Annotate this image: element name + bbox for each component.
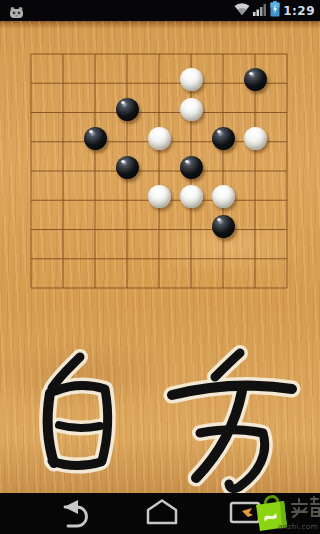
- status-bar: 1:29: [0, 0, 320, 21]
- back-button[interactable]: [48, 493, 96, 534]
- white-stone: [148, 185, 171, 208]
- white-stone: [148, 127, 171, 150]
- white-stone: [180, 98, 203, 121]
- white-stone: [212, 185, 235, 208]
- store-domain: anzhi.com: [278, 522, 318, 531]
- wifi-icon: [234, 1, 250, 20]
- white-stone: [180, 68, 203, 91]
- black-stone: [116, 98, 139, 121]
- black-stone: [180, 156, 203, 179]
- status-clock: 1:29: [283, 4, 317, 18]
- black-stone: [212, 215, 235, 238]
- cell-signal-icon: [253, 1, 267, 20]
- white-stone: [244, 127, 267, 150]
- navigation-bar: 安智: [0, 493, 320, 534]
- home-icon: [138, 518, 186, 533]
- black-stone: [84, 127, 107, 150]
- app-notification-icon: [9, 4, 24, 23]
- back-icon: [50, 518, 94, 533]
- battery-charging-icon: [270, 1, 280, 21]
- game-board[interactable]: [20, 42, 300, 300]
- black-stone: [212, 127, 235, 150]
- phone-screen: 1:29 白方: [0, 0, 320, 534]
- anzhi-watermark: 安智: [240, 493, 320, 534]
- turn-calligraphy: 白方: [0, 345, 320, 495]
- cursor-icon: [242, 508, 253, 517]
- white-stone: [180, 185, 203, 208]
- home-button[interactable]: [136, 493, 188, 534]
- black-stone: [116, 156, 139, 179]
- black-stone: [244, 68, 267, 91]
